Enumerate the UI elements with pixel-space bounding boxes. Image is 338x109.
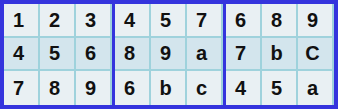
grid-cell-r2c3: 6: [76, 38, 112, 72]
grid-cell-r2c7: 7: [226, 38, 262, 72]
grid-cell-r2c4: 8: [115, 38, 151, 72]
grid-cell-r2c5: 9: [151, 38, 187, 72]
grid-cell-r1c1: 1: [4, 4, 40, 38]
hex-sudoku-band-board: 1 2 3 4 5 6 7 8 9 4 5 7 8 9 a 6 b c 6 8 …: [0, 0, 338, 109]
grid-cell-r2c1: 4: [4, 38, 40, 72]
grid-cell-r1c9: 9: [298, 4, 334, 38]
grid-cell-r3c2: 8: [40, 71, 76, 105]
grid-cell-r2c6: a: [187, 38, 223, 72]
grid-cell-r3c3: 9: [76, 71, 112, 105]
grid-cell-r1c3: 3: [76, 4, 112, 38]
grid-cell-r3c8: 5: [262, 71, 298, 105]
grid-cell-r2c8: b: [262, 38, 298, 72]
grid-cell-r1c7: 6: [226, 4, 262, 38]
grid-block-3: 6 8 9 7 b C 4 5 a: [223, 4, 334, 105]
grid-cell-r1c4: 4: [115, 4, 151, 38]
grid-block-2: 4 5 7 8 9 a 6 b c: [112, 4, 223, 105]
grid-block-1: 1 2 3 4 5 6 7 8 9: [4, 4, 112, 105]
grid-cell-r1c5: 5: [151, 4, 187, 38]
grid-cell-r3c4: 6: [115, 71, 151, 105]
grid-cell-r3c1: 7: [4, 71, 40, 105]
grid-cell-r3c7: 4: [226, 71, 262, 105]
grid-cell-r3c5: b: [151, 71, 187, 105]
grid-cell-r1c2: 2: [40, 4, 76, 38]
grid-cell-r3c9: a: [298, 71, 334, 105]
grid-cell-r2c2: 5: [40, 38, 76, 72]
grid-cell-r3c6: c: [187, 71, 223, 105]
grid-cell-r1c8: 8: [262, 4, 298, 38]
grid-cell-r1c6: 7: [187, 4, 223, 38]
grid-cell-r2c9: C: [298, 38, 334, 72]
